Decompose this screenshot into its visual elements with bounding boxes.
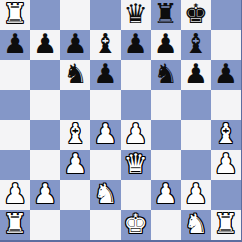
piece-black-pawn[interactable]: ♟: [63, 30, 87, 57]
piece-white-rook[interactable]: ♜: [3, 210, 27, 237]
square-e7[interactable]: ♟: [121, 30, 151, 60]
square-c8[interactable]: [60, 0, 90, 30]
square-d1[interactable]: [90, 210, 120, 240]
square-b1[interactable]: [30, 210, 60, 240]
square-d4[interactable]: ♟: [90, 120, 120, 150]
piece-white-rook[interactable]: ♜: [214, 210, 238, 237]
piece-white-pawn[interactable]: ♟: [3, 180, 27, 207]
square-h4[interactable]: ♝: [211, 120, 241, 150]
square-e1[interactable]: ♚: [121, 210, 151, 240]
square-c1[interactable]: [60, 210, 90, 240]
square-c4[interactable]: ♝: [60, 120, 90, 150]
square-h1[interactable]: ♜: [211, 210, 241, 240]
square-a1[interactable]: ♜: [0, 210, 30, 240]
square-c6[interactable]: ♞: [60, 60, 90, 90]
piece-white-pawn[interactable]: ♟: [154, 180, 178, 207]
piece-white-pawn[interactable]: ♟: [184, 180, 208, 207]
square-b5[interactable]: [30, 90, 60, 120]
square-a2[interactable]: ♟: [0, 180, 30, 210]
piece-black-pawn[interactable]: ♟: [154, 30, 178, 57]
square-f1[interactable]: [151, 210, 181, 240]
square-f4[interactable]: [151, 120, 181, 150]
piece-black-knight[interactable]: ♞: [63, 60, 87, 87]
piece-black-bishop[interactable]: ♝: [93, 30, 117, 57]
piece-black-queen[interactable]: ♛: [123, 0, 147, 27]
square-d3[interactable]: [90, 150, 120, 180]
square-a7[interactable]: ♟: [0, 30, 30, 60]
square-a5[interactable]: [0, 90, 30, 120]
square-g2[interactable]: ♟: [181, 180, 211, 210]
square-g8[interactable]: ♚: [181, 0, 211, 30]
square-h7[interactable]: [211, 30, 241, 60]
square-d7[interactable]: ♝: [90, 30, 120, 60]
piece-white-pawn[interactable]: ♟: [214, 150, 238, 177]
square-c3[interactable]: ♟: [60, 150, 90, 180]
chess-board: ♜♛♜♚♟♟♟♝♟♟♝♞♟♞♟♟♝♟♟♝♟♛♟♟♟♞♟♟♜♚♞♜: [0, 0, 242, 242]
square-c5[interactable]: [60, 90, 90, 120]
square-h8[interactable]: [211, 0, 241, 30]
piece-white-pawn[interactable]: ♟: [63, 150, 87, 177]
square-e4[interactable]: ♟: [121, 120, 151, 150]
square-h5[interactable]: [211, 90, 241, 120]
piece-white-queen[interactable]: ♛: [123, 150, 147, 177]
piece-white-bishop[interactable]: ♝: [63, 120, 87, 147]
piece-black-knight[interactable]: ♞: [154, 60, 178, 87]
piece-black-pawn[interactable]: ♟: [33, 30, 57, 57]
square-g1[interactable]: ♞: [181, 210, 211, 240]
square-d2[interactable]: ♞: [90, 180, 120, 210]
piece-white-bishop[interactable]: ♝: [214, 120, 238, 147]
piece-white-knight[interactable]: ♞: [93, 180, 117, 207]
square-e2[interactable]: [121, 180, 151, 210]
square-a3[interactable]: [0, 150, 30, 180]
piece-white-rook[interactable]: ♜: [3, 0, 27, 27]
square-g6[interactable]: ♟: [181, 60, 211, 90]
square-b7[interactable]: ♟: [30, 30, 60, 60]
square-d8[interactable]: [90, 0, 120, 30]
square-f2[interactable]: ♟: [151, 180, 181, 210]
piece-black-pawn[interactable]: ♟: [214, 60, 238, 87]
square-b2[interactable]: ♟: [30, 180, 60, 210]
square-h2[interactable]: [211, 180, 241, 210]
square-h6[interactable]: ♟: [211, 60, 241, 90]
square-c7[interactable]: ♟: [60, 30, 90, 60]
square-d6[interactable]: ♟: [90, 60, 120, 90]
square-a8[interactable]: ♜: [0, 0, 30, 30]
square-a6[interactable]: [0, 60, 30, 90]
piece-black-pawn[interactable]: ♟: [123, 30, 147, 57]
piece-black-king[interactable]: ♚: [184, 0, 208, 27]
square-a4[interactable]: [0, 120, 30, 150]
square-g7[interactable]: ♝: [181, 30, 211, 60]
square-b8[interactable]: [30, 0, 60, 30]
piece-black-bishop[interactable]: ♝: [184, 30, 208, 57]
piece-white-king[interactable]: ♚: [123, 210, 147, 237]
square-f5[interactable]: [151, 90, 181, 120]
piece-white-pawn[interactable]: ♟: [33, 180, 57, 207]
square-e5[interactable]: [121, 90, 151, 120]
square-g4[interactable]: [181, 120, 211, 150]
square-e8[interactable]: ♛: [121, 0, 151, 30]
piece-black-pawn[interactable]: ♟: [184, 60, 208, 87]
square-c2[interactable]: [60, 180, 90, 210]
square-f8[interactable]: ♜: [151, 0, 181, 30]
square-b4[interactable]: [30, 120, 60, 150]
square-b3[interactable]: [30, 150, 60, 180]
piece-black-pawn[interactable]: ♟: [3, 30, 27, 57]
square-f7[interactable]: ♟: [151, 30, 181, 60]
square-f6[interactable]: ♞: [151, 60, 181, 90]
piece-white-knight[interactable]: ♞: [184, 210, 208, 237]
piece-white-pawn[interactable]: ♟: [93, 120, 117, 147]
piece-black-rook[interactable]: ♜: [154, 0, 178, 27]
square-e3[interactable]: ♛: [121, 150, 151, 180]
square-g3[interactable]: [181, 150, 211, 180]
square-f3[interactable]: [151, 150, 181, 180]
square-b6[interactable]: [30, 60, 60, 90]
square-g5[interactable]: [181, 90, 211, 120]
square-d5[interactable]: [90, 90, 120, 120]
piece-black-pawn[interactable]: ♟: [93, 60, 117, 87]
square-h3[interactable]: ♟: [211, 150, 241, 180]
piece-white-pawn[interactable]: ♟: [123, 120, 147, 147]
square-e6[interactable]: [121, 60, 151, 90]
